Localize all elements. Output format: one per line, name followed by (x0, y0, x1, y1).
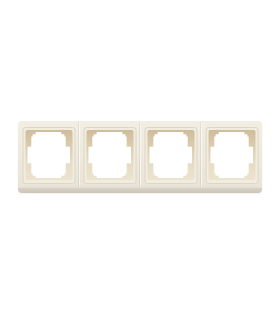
gang-1-bezel (22, 127, 75, 184)
gang-1-opening (27, 132, 70, 178)
gang-4-module (201, 121, 262, 193)
gang-2-opening (88, 132, 131, 178)
gang-4-opening (210, 132, 253, 178)
gang-3-opening (149, 132, 192, 178)
gang-1-recess-lip (25, 130, 72, 180)
gang-3-bezel (144, 127, 197, 184)
wall-plate-frame (18, 121, 262, 193)
gang-1-module (18, 121, 79, 193)
gang-3-recess-lip (147, 130, 194, 180)
gang-4-recess-lip (208, 130, 255, 180)
gang-2-recess-lip (86, 130, 133, 180)
gang-2-bezel (83, 127, 136, 184)
gang-2-module (79, 121, 140, 193)
product-photo (0, 0, 280, 322)
gang-4-bezel (205, 127, 258, 184)
gang-3-module (140, 121, 201, 193)
